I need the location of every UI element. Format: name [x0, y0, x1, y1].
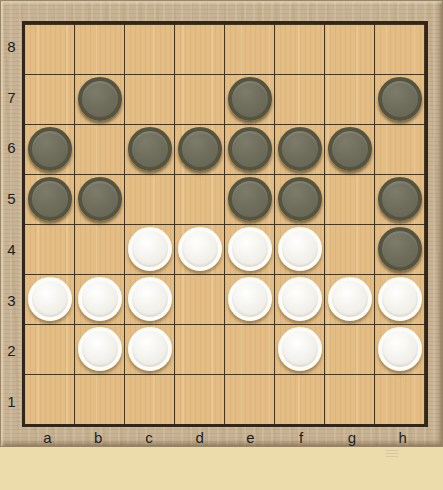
square-g4[interactable]: [325, 224, 375, 274]
square-f7[interactable]: [275, 74, 325, 124]
square-f8[interactable]: [275, 24, 325, 74]
rank-label-3: 3: [1, 275, 22, 326]
piece-white-b2[interactable]: [78, 327, 122, 371]
square-g2[interactable]: [325, 324, 375, 374]
square-d1[interactable]: [175, 374, 225, 424]
square-c2[interactable]: [125, 324, 175, 374]
piece-dark-h5[interactable]: [378, 177, 422, 221]
square-e7[interactable]: [225, 74, 275, 124]
square-g6[interactable]: [325, 124, 375, 174]
piece-white-b3[interactable]: [78, 277, 122, 321]
piece-white-f2[interactable]: [278, 327, 322, 371]
square-a8[interactable]: [25, 24, 75, 74]
square-e2[interactable]: [225, 324, 275, 374]
piece-dark-e7[interactable]: [228, 77, 272, 121]
piece-dark-c6[interactable]: [128, 127, 172, 171]
piece-dark-b7[interactable]: [78, 77, 122, 121]
square-a7[interactable]: [25, 74, 75, 124]
square-h6[interactable]: [375, 124, 425, 174]
square-b3[interactable]: [75, 274, 125, 324]
square-d6[interactable]: [175, 124, 225, 174]
square-a6[interactable]: [25, 124, 75, 174]
piece-white-f3[interactable]: [278, 277, 322, 321]
file-labels: abcdefgh: [22, 427, 428, 448]
square-f2[interactable]: [275, 324, 325, 374]
square-g8[interactable]: [325, 24, 375, 74]
piece-white-d4[interactable]: [178, 227, 222, 271]
square-a1[interactable]: [25, 374, 75, 424]
file-label-h: h: [377, 427, 428, 448]
square-h4[interactable]: [375, 224, 425, 274]
piece-white-c4[interactable]: [128, 227, 172, 271]
square-b2[interactable]: [75, 324, 125, 374]
smudge-mark: [385, 449, 399, 457]
square-a5[interactable]: [25, 174, 75, 224]
square-e6[interactable]: [225, 124, 275, 174]
draughts-board: [22, 21, 428, 427]
rank-label-2: 2: [1, 326, 22, 377]
piece-dark-e5[interactable]: [228, 177, 272, 221]
square-a2[interactable]: [25, 324, 75, 374]
square-b6[interactable]: [75, 124, 125, 174]
square-g1[interactable]: [325, 374, 375, 424]
square-c3[interactable]: [125, 274, 175, 324]
square-g7[interactable]: [325, 74, 375, 124]
square-b4[interactable]: [75, 224, 125, 274]
board-grid: [25, 24, 425, 424]
rank-label-8: 8: [1, 21, 22, 72]
file-label-e: e: [225, 427, 276, 448]
piece-dark-e6[interactable]: [228, 127, 272, 171]
board-frame: 87654321 abcdefgh: [0, 0, 443, 447]
file-label-g: g: [327, 427, 378, 448]
square-f5[interactable]: [275, 174, 325, 224]
square-a4[interactable]: [25, 224, 75, 274]
piece-white-c3[interactable]: [128, 277, 172, 321]
square-c4[interactable]: [125, 224, 175, 274]
square-d7[interactable]: [175, 74, 225, 124]
square-e4[interactable]: [225, 224, 275, 274]
rank-label-1: 1: [1, 376, 22, 427]
square-e1[interactable]: [225, 374, 275, 424]
square-b7[interactable]: [75, 74, 125, 124]
piece-white-a3[interactable]: [28, 277, 72, 321]
piece-white-e3[interactable]: [228, 277, 272, 321]
piece-white-g3[interactable]: [328, 277, 372, 321]
square-g5[interactable]: [325, 174, 375, 224]
square-d4[interactable]: [175, 224, 225, 274]
square-b5[interactable]: [75, 174, 125, 224]
piece-white-e4[interactable]: [228, 227, 272, 271]
square-d3[interactable]: [175, 274, 225, 324]
piece-white-f4[interactable]: [278, 227, 322, 271]
rank-label-6: 6: [1, 123, 22, 174]
piece-dark-g6[interactable]: [328, 127, 372, 171]
rank-label-7: 7: [1, 72, 22, 123]
square-e5[interactable]: [225, 174, 275, 224]
square-h7[interactable]: [375, 74, 425, 124]
piece-dark-a6[interactable]: [28, 127, 72, 171]
file-label-d: d: [174, 427, 225, 448]
piece-white-h2[interactable]: [378, 327, 422, 371]
square-c5[interactable]: [125, 174, 175, 224]
square-c7[interactable]: [125, 74, 175, 124]
square-h1[interactable]: [375, 374, 425, 424]
file-label-c: c: [124, 427, 175, 448]
square-b1[interactable]: [75, 374, 125, 424]
square-f4[interactable]: [275, 224, 325, 274]
square-c1[interactable]: [125, 374, 175, 424]
square-a3[interactable]: [25, 274, 75, 324]
square-f1[interactable]: [275, 374, 325, 424]
piece-dark-f6[interactable]: [278, 127, 322, 171]
square-h8[interactable]: [375, 24, 425, 74]
square-b8[interactable]: [75, 24, 125, 74]
square-e3[interactable]: [225, 274, 275, 324]
file-label-a: a: [22, 427, 73, 448]
piece-white-h3[interactable]: [378, 277, 422, 321]
piece-dark-h7[interactable]: [378, 77, 422, 121]
square-h2[interactable]: [375, 324, 425, 374]
piece-dark-b5[interactable]: [78, 177, 122, 221]
rank-labels: 87654321: [1, 21, 22, 427]
square-h5[interactable]: [375, 174, 425, 224]
piece-dark-h4[interactable]: [378, 227, 422, 271]
piece-dark-d6[interactable]: [178, 127, 222, 171]
page: 87654321 abcdefgh: [0, 0, 443, 490]
square-g3[interactable]: [325, 274, 375, 324]
piece-dark-a5[interactable]: [28, 177, 72, 221]
square-c6[interactable]: [125, 124, 175, 174]
square-f3[interactable]: [275, 274, 325, 324]
file-label-b: b: [73, 427, 124, 448]
rank-label-5: 5: [1, 173, 22, 224]
piece-white-c2[interactable]: [128, 327, 172, 371]
square-d8[interactable]: [175, 24, 225, 74]
square-h3[interactable]: [375, 274, 425, 324]
file-label-f: f: [276, 427, 327, 448]
square-e8[interactable]: [225, 24, 275, 74]
piece-dark-f5[interactable]: [278, 177, 322, 221]
square-f6[interactable]: [275, 124, 325, 174]
square-d2[interactable]: [175, 324, 225, 374]
square-d5[interactable]: [175, 174, 225, 224]
rank-label-4: 4: [1, 224, 22, 275]
square-c8[interactable]: [125, 24, 175, 74]
